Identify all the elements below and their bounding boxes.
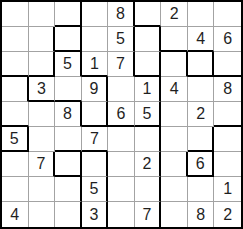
grid-cell-given: 8 — [188, 202, 215, 227]
grid-cell-given: 4 — [188, 27, 215, 52]
grid-cell-empty[interactable] — [108, 152, 135, 177]
grid-cell-empty[interactable] — [161, 177, 188, 202]
grid-cell-empty[interactable] — [55, 202, 82, 227]
grid-cell-empty[interactable] — [135, 27, 162, 52]
grid-cell-empty[interactable] — [108, 127, 135, 152]
grid-cell-given: 5 — [2, 127, 29, 152]
grid-cell-empty[interactable] — [82, 152, 109, 177]
grid-cell-empty[interactable] — [2, 152, 29, 177]
grid-cell-given: 5 — [55, 52, 82, 77]
grid-cell-empty[interactable] — [108, 77, 135, 102]
grid-cell-empty[interactable] — [108, 177, 135, 202]
puzzle-board: 82546517391488652577265143782 — [0, 0, 243, 229]
grid-cell-given: 3 — [29, 77, 56, 102]
grid-cell-given: 2 — [135, 152, 162, 177]
grid-cell-given: 9 — [82, 77, 109, 102]
grid-cell-given: 7 — [135, 202, 162, 227]
grid-cell-empty[interactable] — [82, 2, 109, 27]
grid-cell-empty[interactable] — [161, 27, 188, 52]
grid-cell-empty[interactable] — [2, 2, 29, 27]
grid-cell-empty[interactable] — [135, 177, 162, 202]
grid-cell-given: 4 — [161, 77, 188, 102]
grid-cell-empty[interactable] — [214, 102, 241, 127]
grid-cell-empty[interactable] — [2, 27, 29, 52]
grid-cell-given: 2 — [214, 202, 241, 227]
grid-cell-empty[interactable] — [2, 77, 29, 102]
grid-cell-empty[interactable] — [161, 202, 188, 227]
grid-cell-empty[interactable] — [2, 102, 29, 127]
grid-cell-given: 1 — [135, 77, 162, 102]
grid-cell-empty[interactable] — [214, 127, 241, 152]
grid-cell-empty[interactable] — [29, 177, 56, 202]
grid-cell-empty[interactable] — [108, 202, 135, 227]
puzzle-grid: 82546517391488652577265143782 — [0, 0, 243, 229]
grid-cell-empty[interactable] — [188, 77, 215, 102]
grid-cell-given: 2 — [161, 2, 188, 27]
grid-cell-empty[interactable] — [161, 52, 188, 77]
grid-cell-empty[interactable] — [82, 27, 109, 52]
grid-cell-given: 5 — [135, 102, 162, 127]
grid-cell-empty[interactable] — [214, 52, 241, 77]
grid-cell-empty[interactable] — [29, 102, 56, 127]
grid-cell-empty[interactable] — [214, 152, 241, 177]
grid-cell-given: 7 — [29, 152, 56, 177]
grid-cell-empty[interactable] — [161, 152, 188, 177]
grid-cell-empty[interactable] — [188, 177, 215, 202]
grid-cell-empty[interactable] — [188, 52, 215, 77]
grid-cell-empty[interactable] — [188, 2, 215, 27]
grid-cell-empty[interactable] — [29, 127, 56, 152]
grid-cell-empty[interactable] — [55, 177, 82, 202]
grid-cell-given: 6 — [188, 152, 215, 177]
grid-cell-empty[interactable] — [55, 2, 82, 27]
grid-cell-given: 5 — [108, 27, 135, 52]
grid-cell-empty[interactable] — [135, 127, 162, 152]
grid-cell-empty[interactable] — [55, 77, 82, 102]
grid-cell-empty[interactable] — [161, 127, 188, 152]
grid-cell-empty[interactable] — [2, 52, 29, 77]
grid-cell-given: 1 — [214, 177, 241, 202]
grid-cell-given: 6 — [214, 27, 241, 52]
grid-cell-empty[interactable] — [188, 127, 215, 152]
grid-cell-given: 3 — [82, 202, 109, 227]
grid-cell-empty[interactable] — [161, 102, 188, 127]
grid-cell-empty[interactable] — [29, 52, 56, 77]
grid-cell-given: 7 — [82, 127, 109, 152]
grid-cell-empty[interactable] — [55, 127, 82, 152]
grid-cell-empty[interactable] — [29, 27, 56, 52]
grid-cell-empty[interactable] — [214, 2, 241, 27]
grid-cell-empty[interactable] — [135, 2, 162, 27]
grid-cell-empty[interactable] — [55, 27, 82, 52]
grid-cell-given: 1 — [82, 52, 109, 77]
grid-cell-given: 2 — [188, 102, 215, 127]
grid-cell-given: 8 — [108, 2, 135, 27]
grid-cell-empty[interactable] — [29, 2, 56, 27]
grid-cell-given: 5 — [82, 177, 109, 202]
grid-cell-empty[interactable] — [2, 177, 29, 202]
grid-cell-empty[interactable] — [29, 202, 56, 227]
grid-cell-given: 6 — [108, 102, 135, 127]
grid-cell-given: 4 — [2, 202, 29, 227]
grid-cell-empty[interactable] — [55, 152, 82, 177]
grid-cell-empty[interactable] — [82, 102, 109, 127]
grid-cell-given: 8 — [214, 77, 241, 102]
grid-cell-given: 8 — [55, 102, 82, 127]
grid-cell-empty[interactable] — [135, 52, 162, 77]
grid-cell-given: 7 — [108, 52, 135, 77]
